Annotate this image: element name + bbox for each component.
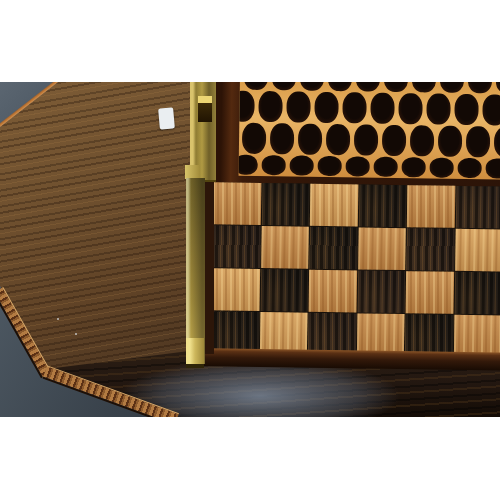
oyster-veneer-piece xyxy=(466,126,490,157)
oyster-veneer-piece xyxy=(494,126,500,157)
dust-speck xyxy=(75,333,77,335)
oyster-veneer-piece xyxy=(458,158,482,178)
oyster-veneer-piece xyxy=(384,82,408,92)
photo-games-table xyxy=(0,82,500,417)
oyster-veneer-piece xyxy=(412,82,436,93)
oyster-row xyxy=(242,123,500,158)
oyster-veneer-panel xyxy=(239,82,500,180)
oyster-veneer-piece xyxy=(258,91,282,122)
oyster-veneer-piece xyxy=(440,82,464,93)
dust-speck xyxy=(57,318,59,320)
oyster-row xyxy=(239,91,500,126)
oyster-veneer-piece xyxy=(398,93,422,124)
oyster-veneer-piece xyxy=(370,93,394,124)
oyster-veneer-piece xyxy=(300,82,324,91)
oyster-veneer-piece xyxy=(410,125,434,156)
oyster-veneer-piece xyxy=(430,157,454,177)
oyster-veneer-piece xyxy=(262,155,286,175)
oyster-veneer-piece xyxy=(402,157,426,177)
oyster-veneer-piece xyxy=(454,94,478,125)
board-square xyxy=(260,269,308,312)
board-bottom-edge xyxy=(192,348,500,371)
oyster-veneer-piece xyxy=(272,82,296,90)
games-board xyxy=(192,82,500,381)
board-square xyxy=(261,226,309,269)
oyster-veneer-piece xyxy=(438,126,462,157)
oyster-veneer-piece xyxy=(239,91,255,122)
oyster-veneer-piece xyxy=(239,155,258,175)
board-square xyxy=(212,225,260,268)
oyster-veneer-piece xyxy=(270,123,294,154)
oyster-veneer-piece xyxy=(486,158,500,178)
oyster-veneer-piece xyxy=(244,82,268,90)
screenshot xyxy=(0,0,500,500)
brass-hinge-foot xyxy=(186,338,204,368)
board-square xyxy=(309,270,357,313)
oyster-veneer-piece xyxy=(496,82,500,94)
oyster-veneer-piece xyxy=(318,156,342,176)
board-square xyxy=(406,271,454,314)
board-square xyxy=(213,182,261,225)
oyster-veneer-piece xyxy=(328,82,352,91)
oyster-veneer-piece xyxy=(468,82,492,93)
board-square xyxy=(212,268,260,311)
board-square xyxy=(406,228,454,271)
board-square xyxy=(358,184,406,227)
oyster-veneer-piece xyxy=(346,156,370,176)
board-square xyxy=(454,272,500,315)
oyster-veneer-piece xyxy=(286,91,310,122)
oyster-veneer-piece xyxy=(426,93,450,124)
board-square xyxy=(455,229,500,272)
board-square xyxy=(358,227,406,270)
oyster-veneer-piece xyxy=(354,124,378,155)
brass-hinge-lower xyxy=(186,178,205,364)
board-square xyxy=(309,227,357,270)
oyster-veneer-piece xyxy=(326,124,350,155)
oyster-veneer-panel-frame xyxy=(212,82,500,190)
oyster-veneer-piece xyxy=(290,155,314,175)
oyster-veneer-piece xyxy=(482,94,500,125)
chess-board xyxy=(209,182,500,357)
board-square xyxy=(261,183,309,226)
board-square xyxy=(407,185,455,228)
board-square xyxy=(310,184,358,227)
brass-hinge-knuckle xyxy=(185,165,199,179)
oyster-veneer-piece xyxy=(356,82,380,92)
oyster-veneer-piece xyxy=(382,125,406,156)
oyster-veneer-piece xyxy=(374,157,398,177)
board-square xyxy=(455,186,500,229)
oyster-row xyxy=(239,155,500,180)
oyster-veneer-piece xyxy=(314,92,338,123)
sticker-label xyxy=(158,107,175,129)
brass-hinge-slot xyxy=(198,96,212,122)
oyster-veneer-piece xyxy=(242,123,266,154)
oyster-veneer-piece xyxy=(298,124,322,155)
oyster-veneer-piece xyxy=(342,92,366,123)
board-left-edge xyxy=(204,178,214,354)
board-square xyxy=(357,270,405,313)
